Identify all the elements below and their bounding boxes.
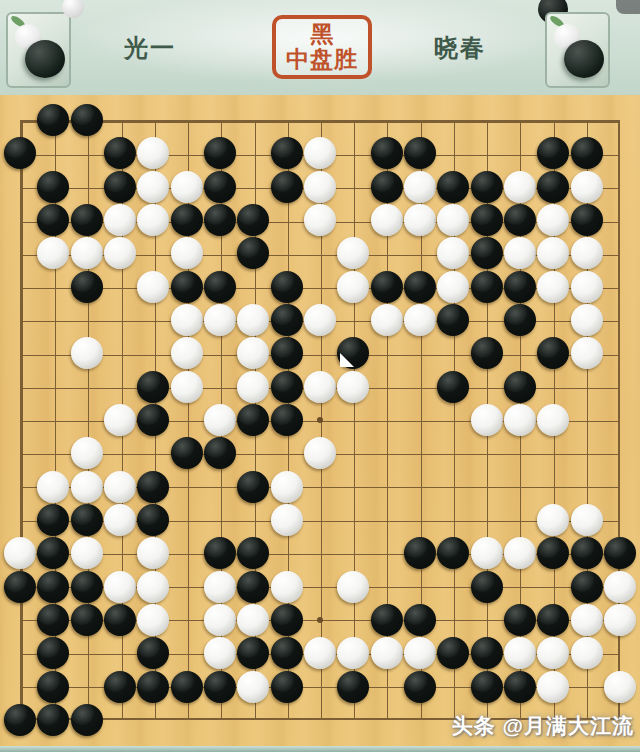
white-stone — [437, 271, 469, 303]
black-stone — [104, 171, 136, 203]
black-stone — [504, 271, 536, 303]
black-stone — [37, 671, 69, 703]
black-stone — [271, 337, 303, 369]
white-stone — [71, 237, 103, 269]
white-stone — [171, 337, 203, 369]
black-stone — [271, 304, 303, 336]
black-stone — [71, 571, 103, 603]
white-stone — [237, 671, 269, 703]
white-stone — [204, 571, 236, 603]
result-stamp: 黑 中盘胜 — [272, 15, 372, 79]
white-stone — [571, 304, 603, 336]
black-stone — [271, 404, 303, 436]
black-stone — [504, 671, 536, 703]
white-stone — [404, 204, 436, 236]
black-stone — [104, 671, 136, 703]
black-stone — [137, 371, 169, 403]
black-stone — [571, 571, 603, 603]
white-stone — [71, 437, 103, 469]
black-stone — [137, 471, 169, 503]
white-stone — [337, 571, 369, 603]
black-stone — [571, 137, 603, 169]
white-stone — [404, 171, 436, 203]
black-stone — [204, 671, 236, 703]
white-stone — [204, 404, 236, 436]
white-stone — [604, 671, 636, 703]
black-stone — [404, 271, 436, 303]
white-stone — [171, 237, 203, 269]
black-stone — [171, 671, 203, 703]
white-stone — [104, 504, 136, 536]
black-stone — [171, 271, 203, 303]
black-stone — [271, 604, 303, 636]
black-stone — [504, 604, 536, 636]
white-stone — [104, 204, 136, 236]
black-stone — [371, 271, 403, 303]
black-stone — [237, 471, 269, 503]
black-stone — [271, 271, 303, 303]
white-stone — [571, 637, 603, 669]
black-stone — [471, 204, 503, 236]
black-stone — [604, 537, 636, 569]
white-stone — [471, 404, 503, 436]
black-stone — [471, 671, 503, 703]
black-stone — [271, 371, 303, 403]
black-stone — [437, 171, 469, 203]
black-stone — [504, 371, 536, 403]
white-stone — [237, 371, 269, 403]
black-stone — [371, 171, 403, 203]
white-stone — [71, 537, 103, 569]
white-stone — [537, 271, 569, 303]
white-stone — [604, 571, 636, 603]
black-stone — [137, 671, 169, 703]
black-stone — [504, 304, 536, 336]
white-stone — [571, 271, 603, 303]
white-stone — [204, 604, 236, 636]
black-stone — [571, 537, 603, 569]
white-stone — [371, 637, 403, 669]
black-stone — [437, 371, 469, 403]
corner-decoration — [616, 0, 640, 14]
black-stone — [471, 171, 503, 203]
white-stone — [571, 337, 603, 369]
white-stone — [504, 404, 536, 436]
go-review-screen: { "game": "go", "header": { "black_playe… — [0, 0, 640, 752]
black-stone — [404, 671, 436, 703]
black-stone — [71, 271, 103, 303]
black-stone — [104, 604, 136, 636]
white-stone — [404, 304, 436, 336]
black-stone — [504, 204, 536, 236]
hoshi-point — [317, 617, 323, 623]
black-stone — [4, 571, 36, 603]
white-player-avatar[interactable] — [545, 12, 610, 88]
black-stone — [271, 137, 303, 169]
white-stone — [571, 604, 603, 636]
watermark: 头条 @月满大江流 — [0, 712, 634, 740]
white-stone — [137, 271, 169, 303]
bottom-edge-strip — [0, 746, 640, 752]
white-stone — [337, 371, 369, 403]
white-stone — [271, 504, 303, 536]
white-stone — [37, 471, 69, 503]
black-stone — [71, 604, 103, 636]
black-stone — [37, 171, 69, 203]
white-stone — [471, 537, 503, 569]
black-stone-icon — [564, 40, 604, 78]
white-stone — [337, 271, 369, 303]
white-stone — [571, 504, 603, 536]
white-stone — [137, 571, 169, 603]
white-stone — [271, 571, 303, 603]
decorative-white-stone — [62, 0, 84, 18]
black-stone — [71, 504, 103, 536]
white-stone — [304, 304, 336, 336]
white-player-name: 晓春 — [385, 32, 535, 64]
white-stone — [304, 371, 336, 403]
black-stone — [271, 671, 303, 703]
white-stone — [537, 671, 569, 703]
black-stone — [271, 637, 303, 669]
white-stone — [504, 171, 536, 203]
white-stone — [604, 604, 636, 636]
white-stone — [371, 304, 403, 336]
black-stone — [71, 204, 103, 236]
hoshi-point — [317, 417, 323, 423]
black-stone — [337, 671, 369, 703]
black-stone — [204, 204, 236, 236]
white-stone — [104, 571, 136, 603]
black-stone-icon — [25, 40, 65, 78]
white-stone — [204, 304, 236, 336]
white-stone — [304, 204, 336, 236]
black-stone — [37, 571, 69, 603]
black-player-name: 光一 — [75, 32, 225, 64]
black-stone — [537, 171, 569, 203]
black-stone — [371, 137, 403, 169]
white-stone — [304, 171, 336, 203]
black-stone — [204, 271, 236, 303]
black-stone — [471, 337, 503, 369]
result-stamp-method: 中盘胜 — [276, 47, 368, 72]
go-board[interactable] — [0, 95, 640, 752]
black-stone — [271, 171, 303, 203]
white-stone — [71, 337, 103, 369]
white-stone — [171, 171, 203, 203]
black-stone — [237, 571, 269, 603]
black-stone — [571, 204, 603, 236]
black-stone — [471, 571, 503, 603]
white-stone — [104, 404, 136, 436]
result-stamp-winner: 黑 — [276, 22, 368, 47]
black-stone — [71, 104, 103, 136]
black-stone — [171, 437, 203, 469]
white-stone — [171, 304, 203, 336]
white-stone — [371, 204, 403, 236]
white-stone — [571, 171, 603, 203]
black-stone — [471, 637, 503, 669]
black-stone — [471, 237, 503, 269]
black-stone — [371, 604, 403, 636]
black-stone — [471, 271, 503, 303]
white-stone — [571, 237, 603, 269]
header-bar: 光一 黑 中盘胜 晓春 — [0, 0, 640, 96]
black-stone — [171, 204, 203, 236]
black-stone — [204, 171, 236, 203]
white-stone — [271, 471, 303, 503]
white-stone — [171, 371, 203, 403]
black-stone — [404, 604, 436, 636]
last-move-marker — [340, 353, 354, 367]
white-stone — [137, 171, 169, 203]
white-stone — [71, 471, 103, 503]
black-player-avatar[interactable] — [6, 12, 71, 88]
white-stone — [104, 471, 136, 503]
